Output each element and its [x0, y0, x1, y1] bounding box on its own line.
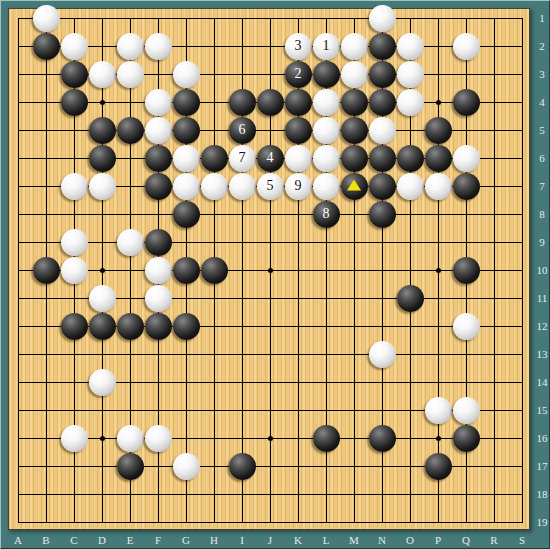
board-cell[interactable]	[228, 424, 256, 452]
board-cell[interactable]	[312, 368, 340, 396]
board-cell[interactable]	[340, 312, 368, 340]
board-cell[interactable]	[452, 312, 480, 340]
board-cell[interactable]	[480, 480, 508, 508]
board-cell[interactable]	[312, 396, 340, 424]
board-cell[interactable]	[480, 396, 508, 424]
board-cell[interactable]	[424, 60, 452, 88]
board-cell[interactable]	[88, 256, 116, 284]
board-cell[interactable]	[4, 480, 32, 508]
board-cell[interactable]	[508, 480, 536, 508]
board-cell[interactable]	[4, 200, 32, 228]
board-cell[interactable]	[424, 284, 452, 312]
board-cell[interactable]	[88, 172, 116, 200]
board-cell[interactable]	[60, 32, 88, 60]
board-cell[interactable]	[368, 340, 396, 368]
board-cell[interactable]	[144, 4, 172, 32]
board-cell[interactable]	[368, 452, 396, 480]
board-cell[interactable]	[284, 144, 312, 172]
board-cell[interactable]	[200, 256, 228, 284]
board-cell[interactable]	[284, 508, 312, 536]
board-cell[interactable]	[480, 60, 508, 88]
board-cell[interactable]	[340, 396, 368, 424]
board-cell[interactable]	[508, 452, 536, 480]
board-cell[interactable]	[508, 508, 536, 536]
board-cell[interactable]	[312, 424, 340, 452]
board-cell[interactable]	[368, 368, 396, 396]
board-cell[interactable]	[396, 172, 424, 200]
board-cell[interactable]	[228, 60, 256, 88]
board-cell[interactable]	[144, 228, 172, 256]
board-cell[interactable]	[368, 508, 396, 536]
board-cell[interactable]	[172, 480, 200, 508]
board-cell[interactable]	[508, 144, 536, 172]
board-cell[interactable]	[368, 60, 396, 88]
board-cell[interactable]	[200, 368, 228, 396]
board-cell[interactable]	[480, 4, 508, 32]
board-cell[interactable]	[284, 340, 312, 368]
board-cell[interactable]	[480, 508, 508, 536]
board-cell[interactable]	[172, 256, 200, 284]
board-cell[interactable]	[256, 4, 284, 32]
board-cell[interactable]	[396, 200, 424, 228]
board-cell[interactable]	[396, 508, 424, 536]
board-cell[interactable]	[88, 480, 116, 508]
board-cell[interactable]	[116, 396, 144, 424]
board-cell[interactable]	[4, 172, 32, 200]
board-cell[interactable]	[256, 368, 284, 396]
board-cell[interactable]	[32, 424, 60, 452]
board-cell[interactable]	[116, 4, 144, 32]
board-cell[interactable]	[144, 396, 172, 424]
board-cell[interactable]	[172, 424, 200, 452]
board-cell[interactable]	[228, 340, 256, 368]
board-cell[interactable]	[60, 256, 88, 284]
board-cell[interactable]	[312, 452, 340, 480]
board-cell[interactable]	[340, 116, 368, 144]
board-cell[interactable]	[424, 452, 452, 480]
board-cell[interactable]	[60, 88, 88, 116]
board-cell[interactable]	[396, 60, 424, 88]
board-cell[interactable]	[284, 480, 312, 508]
board-cell[interactable]	[312, 284, 340, 312]
board-cell[interactable]	[312, 228, 340, 256]
board-cell[interactable]	[172, 340, 200, 368]
board-cell[interactable]	[200, 480, 228, 508]
board-cell[interactable]	[200, 32, 228, 60]
board-cell[interactable]	[172, 32, 200, 60]
board-cell[interactable]	[172, 284, 200, 312]
board-cell[interactable]	[480, 116, 508, 144]
board-cell[interactable]	[480, 32, 508, 60]
board-cell[interactable]	[424, 228, 452, 256]
board-cell[interactable]	[452, 88, 480, 116]
board-cell[interactable]	[256, 284, 284, 312]
board-cell[interactable]	[452, 340, 480, 368]
board-cell[interactable]	[88, 396, 116, 424]
board-cell[interactable]	[228, 200, 256, 228]
board-cell[interactable]	[228, 452, 256, 480]
board-cell[interactable]	[116, 144, 144, 172]
board-cell[interactable]	[172, 312, 200, 340]
board-cell[interactable]	[256, 312, 284, 340]
board-cell[interactable]	[284, 284, 312, 312]
board-cell[interactable]	[368, 144, 396, 172]
board-cell[interactable]: 3	[284, 32, 312, 60]
board-cell[interactable]	[172, 172, 200, 200]
board-cell[interactable]	[60, 228, 88, 256]
board-cell[interactable]	[88, 32, 116, 60]
board-cell[interactable]	[508, 340, 536, 368]
board-cell[interactable]	[200, 88, 228, 116]
board-cell[interactable]	[172, 144, 200, 172]
board-cell[interactable]	[424, 424, 452, 452]
board-cell[interactable]	[256, 60, 284, 88]
board-cell[interactable]	[116, 424, 144, 452]
board-cell[interactable]	[60, 508, 88, 536]
board-cell[interactable]	[284, 88, 312, 116]
board-cell[interactable]	[228, 480, 256, 508]
board-cell[interactable]	[256, 424, 284, 452]
board-cell[interactable]	[32, 32, 60, 60]
board-cell[interactable]	[480, 340, 508, 368]
board-cell[interactable]	[452, 4, 480, 32]
board-cell[interactable]	[32, 228, 60, 256]
board-cell[interactable]	[172, 508, 200, 536]
board-cell[interactable]	[32, 396, 60, 424]
board-cell[interactable]	[368, 32, 396, 60]
board-cell[interactable]	[256, 32, 284, 60]
board-cell[interactable]	[144, 424, 172, 452]
board-cell[interactable]	[144, 284, 172, 312]
board-cell[interactable]	[88, 4, 116, 32]
board-cell[interactable]	[4, 396, 32, 424]
board-cell[interactable]	[284, 200, 312, 228]
board-cell[interactable]	[88, 228, 116, 256]
board-cell[interactable]	[200, 172, 228, 200]
board-cell[interactable]	[60, 312, 88, 340]
board-cell[interactable]	[424, 256, 452, 284]
board-cell[interactable]	[256, 88, 284, 116]
board-cell[interactable]	[340, 4, 368, 32]
board-cell[interactable]	[452, 480, 480, 508]
board-cell[interactable]	[396, 116, 424, 144]
board-cell[interactable]	[368, 228, 396, 256]
board-cell[interactable]	[116, 88, 144, 116]
board-cell[interactable]	[228, 368, 256, 396]
board-cell[interactable]	[508, 312, 536, 340]
board-cell[interactable]	[396, 480, 424, 508]
board-cell[interactable]	[508, 200, 536, 228]
board-cell[interactable]	[508, 424, 536, 452]
board-cell[interactable]	[452, 144, 480, 172]
board-cell[interactable]	[368, 200, 396, 228]
board-cell[interactable]	[172, 228, 200, 256]
board-cell[interactable]	[4, 88, 32, 116]
board-cell[interactable]	[480, 312, 508, 340]
board-cell[interactable]	[508, 4, 536, 32]
board-cell[interactable]	[32, 200, 60, 228]
board-cell[interactable]	[480, 200, 508, 228]
board-cell[interactable]	[480, 368, 508, 396]
board-cell[interactable]	[60, 116, 88, 144]
board-cell[interactable]	[200, 60, 228, 88]
board-cell[interactable]	[508, 172, 536, 200]
board-cell[interactable]	[368, 312, 396, 340]
board-cell[interactable]	[32, 88, 60, 116]
board-cell[interactable]	[424, 480, 452, 508]
board-cell[interactable]	[312, 116, 340, 144]
board-cell[interactable]	[4, 144, 32, 172]
board-cell[interactable]	[32, 312, 60, 340]
board-cell[interactable]	[480, 284, 508, 312]
board-cell[interactable]	[228, 284, 256, 312]
board-cell[interactable]	[424, 116, 452, 144]
board-cell[interactable]: 4	[256, 144, 284, 172]
board-cell[interactable]	[144, 452, 172, 480]
board-cell[interactable]	[200, 228, 228, 256]
board-cell[interactable]	[424, 368, 452, 396]
board-cell[interactable]	[200, 312, 228, 340]
board-cell[interactable]	[88, 508, 116, 536]
board-cell[interactable]	[340, 368, 368, 396]
board-cell[interactable]	[200, 424, 228, 452]
board-cell[interactable]	[172, 4, 200, 32]
board-cell[interactable]	[4, 4, 32, 32]
board-cell[interactable]	[88, 284, 116, 312]
board-cell[interactable]	[424, 200, 452, 228]
board-cell[interactable]	[480, 144, 508, 172]
board-cell[interactable]	[144, 508, 172, 536]
board-cell[interactable]	[172, 452, 200, 480]
board-cell[interactable]	[508, 228, 536, 256]
board-cell[interactable]	[312, 88, 340, 116]
board-cell[interactable]	[60, 396, 88, 424]
board-cell[interactable]	[88, 88, 116, 116]
board-cell[interactable]	[284, 312, 312, 340]
board-cell[interactable]	[508, 60, 536, 88]
board-cell[interactable]	[340, 424, 368, 452]
board-cell[interactable]	[144, 480, 172, 508]
board-cell[interactable]	[172, 60, 200, 88]
board-cell[interactable]	[144, 256, 172, 284]
board-cell[interactable]	[508, 368, 536, 396]
board-cell[interactable]	[88, 116, 116, 144]
board-cell[interactable]	[284, 4, 312, 32]
board-cell[interactable]	[4, 284, 32, 312]
board-cell[interactable]	[4, 368, 32, 396]
board-cell[interactable]	[368, 284, 396, 312]
board-cell[interactable]	[4, 256, 32, 284]
board-cell[interactable]	[424, 312, 452, 340]
board-cell[interactable]	[508, 116, 536, 144]
board-cell[interactable]	[340, 508, 368, 536]
board-cell[interactable]: 1	[312, 32, 340, 60]
board-cell[interactable]	[480, 256, 508, 284]
board-cell[interactable]	[32, 256, 60, 284]
board-cell[interactable]	[200, 4, 228, 32]
board-cell[interactable]	[32, 284, 60, 312]
board-cell[interactable]	[340, 256, 368, 284]
board-cell[interactable]	[452, 508, 480, 536]
board-cell[interactable]	[396, 256, 424, 284]
board-cell[interactable]	[228, 4, 256, 32]
board-cell[interactable]	[60, 4, 88, 32]
board-cell[interactable]	[452, 452, 480, 480]
board-cell[interactable]	[228, 32, 256, 60]
board-cell[interactable]	[4, 312, 32, 340]
board-cell[interactable]	[396, 144, 424, 172]
board-cell[interactable]	[424, 4, 452, 32]
board-cell[interactable]	[452, 172, 480, 200]
board-cell[interactable]	[312, 60, 340, 88]
board-cell[interactable]	[228, 228, 256, 256]
board-cell[interactable]	[256, 200, 284, 228]
board-cell[interactable]	[396, 396, 424, 424]
board-cell[interactable]	[4, 116, 32, 144]
board-cell[interactable]	[32, 508, 60, 536]
board-cell[interactable]	[172, 368, 200, 396]
board-cell[interactable]	[396, 340, 424, 368]
board-cell[interactable]	[4, 340, 32, 368]
board-cell[interactable]	[340, 60, 368, 88]
board-cell[interactable]	[172, 200, 200, 228]
board-cell[interactable]	[508, 396, 536, 424]
board-cell[interactable]	[32, 340, 60, 368]
board-cell[interactable]	[452, 284, 480, 312]
board-cell[interactable]	[424, 340, 452, 368]
board-cell[interactable]	[200, 452, 228, 480]
board-cell[interactable]	[284, 396, 312, 424]
board-cell[interactable]	[312, 144, 340, 172]
board-cell[interactable]	[88, 144, 116, 172]
board-cell[interactable]	[60, 424, 88, 452]
board-cell[interactable]	[32, 452, 60, 480]
board-cell[interactable]	[144, 32, 172, 60]
board-cell[interactable]	[452, 368, 480, 396]
board-cell[interactable]	[284, 116, 312, 144]
board-cell[interactable]	[88, 60, 116, 88]
board-cell[interactable]	[4, 228, 32, 256]
board-cell[interactable]	[200, 396, 228, 424]
board-cell[interactable]	[228, 256, 256, 284]
board-cell[interactable]	[116, 508, 144, 536]
board-cell[interactable]	[396, 88, 424, 116]
board-cell[interactable]	[200, 200, 228, 228]
board-cell[interactable]	[452, 116, 480, 144]
board-cell[interactable]	[256, 228, 284, 256]
board-cell[interactable]	[116, 452, 144, 480]
board-cell[interactable]	[200, 508, 228, 536]
board-cell[interactable]	[284, 256, 312, 284]
board-cell[interactable]	[32, 144, 60, 172]
board-cell[interactable]	[340, 340, 368, 368]
board-cell[interactable]	[340, 88, 368, 116]
board-cell[interactable]	[284, 424, 312, 452]
board-cell[interactable]	[32, 480, 60, 508]
board-cell[interactable]	[452, 256, 480, 284]
board-cell[interactable]	[116, 60, 144, 88]
board-cell[interactable]	[172, 116, 200, 144]
board-cell[interactable]	[284, 228, 312, 256]
board-cell[interactable]	[4, 32, 32, 60]
board-cell[interactable]	[368, 424, 396, 452]
board-cell[interactable]	[88, 312, 116, 340]
board-cell[interactable]	[60, 452, 88, 480]
board-cell[interactable]	[368, 4, 396, 32]
board-cell[interactable]	[396, 424, 424, 452]
board-cell[interactable]	[32, 4, 60, 32]
board-cell[interactable]	[368, 256, 396, 284]
board-cell[interactable]	[4, 452, 32, 480]
board-cell[interactable]	[144, 172, 172, 200]
board-cell[interactable]	[88, 452, 116, 480]
board-cell[interactable]	[396, 368, 424, 396]
board-cell[interactable]	[368, 172, 396, 200]
board-cell[interactable]	[368, 88, 396, 116]
board-cell[interactable]	[368, 480, 396, 508]
board-cell[interactable]	[88, 424, 116, 452]
board-cell[interactable]	[60, 60, 88, 88]
board-cell[interactable]	[452, 424, 480, 452]
board-cell[interactable]	[60, 480, 88, 508]
board-cell[interactable]	[340, 32, 368, 60]
board-cell[interactable]	[396, 284, 424, 312]
board-cell[interactable]	[228, 172, 256, 200]
board-cell[interactable]	[312, 312, 340, 340]
board-cell[interactable]	[340, 228, 368, 256]
board-cell[interactable]	[116, 200, 144, 228]
board-cell[interactable]	[172, 396, 200, 424]
board-cell[interactable]	[396, 312, 424, 340]
board-cell[interactable]	[144, 368, 172, 396]
board-cell[interactable]	[340, 200, 368, 228]
board-cell[interactable]	[172, 88, 200, 116]
board-cell[interactable]	[396, 452, 424, 480]
board-cell[interactable]	[424, 172, 452, 200]
board-cell[interactable]	[396, 32, 424, 60]
board-cell[interactable]: 8	[312, 200, 340, 228]
board-cell[interactable]	[200, 340, 228, 368]
board-cell[interactable]	[452, 396, 480, 424]
board-cell[interactable]	[480, 88, 508, 116]
board-cell[interactable]: 9	[284, 172, 312, 200]
board-cell[interactable]	[340, 452, 368, 480]
board-cell[interactable]	[480, 228, 508, 256]
board-cell[interactable]	[116, 340, 144, 368]
board-cell[interactable]: 6	[228, 116, 256, 144]
board-cell[interactable]	[228, 508, 256, 536]
board-cell[interactable]	[312, 172, 340, 200]
board-cell[interactable]	[60, 144, 88, 172]
board-cell[interactable]	[60, 284, 88, 312]
board-cell[interactable]	[4, 60, 32, 88]
board-cell[interactable]: 2	[284, 60, 312, 88]
board-cell[interactable]	[396, 228, 424, 256]
board-cell[interactable]	[228, 396, 256, 424]
board-cell[interactable]	[256, 340, 284, 368]
board-cell[interactable]	[312, 480, 340, 508]
board-cell[interactable]	[256, 480, 284, 508]
board-cell[interactable]	[256, 452, 284, 480]
board-cell[interactable]: 5	[256, 172, 284, 200]
board-cell[interactable]	[144, 116, 172, 144]
board-cell[interactable]	[88, 368, 116, 396]
board-cell[interactable]	[144, 60, 172, 88]
board-cell[interactable]	[32, 60, 60, 88]
board-cell[interactable]	[32, 368, 60, 396]
board-cell[interactable]	[368, 116, 396, 144]
board-cell[interactable]	[60, 340, 88, 368]
